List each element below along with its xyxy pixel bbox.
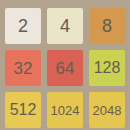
tile-128: 128 [89,50,125,86]
tile-512: 512 [5,92,41,128]
tile-32: 32 [5,50,41,86]
tile-64: 64 [47,50,83,86]
tile-4: 4 [47,8,83,44]
tile-2048: 2048 [89,92,125,128]
board-grid: 248326412851210242048 [5,8,125,128]
tile-2: 2 [5,8,41,44]
game-2048-screenshot: { "game": "2048", "position": "2 4 8 / 3… [0,0,130,130]
tile-1024: 1024 [47,92,83,128]
tile-8: 8 [89,8,125,44]
